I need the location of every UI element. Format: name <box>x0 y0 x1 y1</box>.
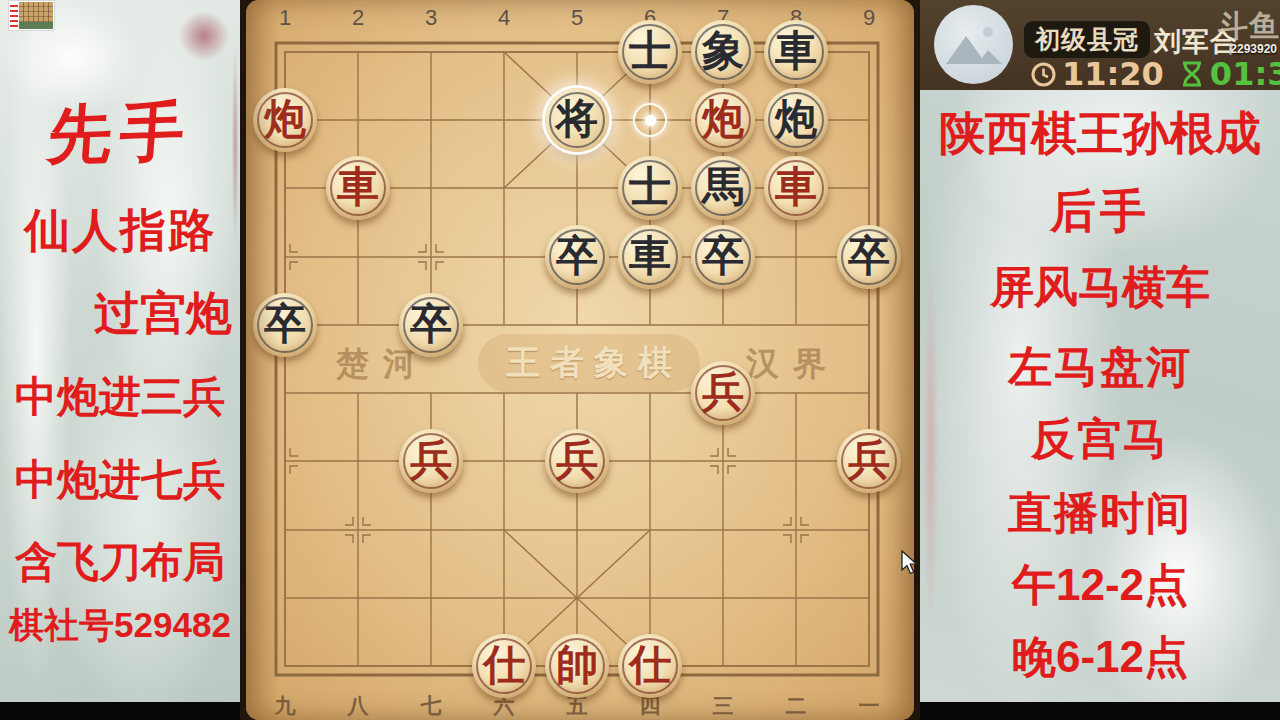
piece-black-elephant[interactable]: 象 <box>691 20 755 84</box>
file-label-top-9: 9 <box>863 5 875 31</box>
piece-red-rook[interactable]: 車 <box>764 156 828 220</box>
mini-board-thumbnail <box>8 0 55 31</box>
file-label-top-5: 5 <box>571 5 583 31</box>
right-line-opening-2: 左马盘河 <box>920 343 1280 391</box>
letterbox-bar-left <box>0 702 240 720</box>
move-target-dot-center <box>645 115 656 126</box>
right-line-schedule-title: 直播时间 <box>920 489 1280 537</box>
piece-glyph: 卒 <box>264 303 306 345</box>
piece-glyph: 兵 <box>848 439 890 481</box>
piece-glyph: 仕 <box>483 644 525 686</box>
avatar <box>934 5 1013 84</box>
mini-board-green-area <box>19 22 53 29</box>
piece-red-rook[interactable]: 車 <box>326 156 390 220</box>
room-id: 2293920 <box>1230 42 1277 56</box>
mini-board-text-strip <box>10 2 18 29</box>
move-time: 01:30 <box>1210 55 1280 93</box>
right-line-opening-1: 屏风马横车 <box>920 263 1280 311</box>
piece-red-pawn[interactable]: 兵 <box>691 361 755 425</box>
piece-red-pawn[interactable]: 兵 <box>545 429 609 493</box>
piece-black-pawn[interactable]: 卒 <box>253 293 317 357</box>
piece-glyph: 馬 <box>702 166 744 208</box>
piece-red-general[interactable]: 帥 <box>545 634 609 698</box>
piece-red-pawn[interactable]: 兵 <box>399 429 463 493</box>
piece-black-horse[interactable]: 馬 <box>691 156 755 220</box>
file-label-top-1: 1 <box>279 5 291 31</box>
right-line-second-move: 后手 <box>920 186 1280 237</box>
piece-glyph: 炮 <box>775 98 817 140</box>
piece-black-advisor[interactable]: 士 <box>618 20 682 84</box>
screen: 先手 仙人指路 过宫炮 中炮进三兵 中炮进七兵 含飞刀布局 棋社号529482 … <box>0 0 1280 720</box>
file-label-bottom-8: 二 <box>786 692 807 720</box>
piece-glyph: 炮 <box>702 98 744 140</box>
piece-glyph: 卒 <box>556 235 598 277</box>
file-label-bottom-1: 九 <box>275 692 296 720</box>
piece-glyph: 卒 <box>702 235 744 277</box>
piece-black-advisor[interactable]: 士 <box>618 156 682 220</box>
right-line-opponent: 陕西棋王孙根成 <box>920 108 1280 159</box>
piece-black-rook[interactable]: 車 <box>618 225 682 289</box>
piece-glyph: 車 <box>629 235 671 277</box>
piece-glyph: 帥 <box>556 644 598 686</box>
piece-glyph: 象 <box>702 30 744 72</box>
file-label-bottom-9: 一 <box>859 692 880 720</box>
piece-black-pawn[interactable]: 卒 <box>691 225 755 289</box>
piece-glyph: 卒 <box>410 303 452 345</box>
piece-glyph: 将 <box>556 98 598 140</box>
file-label-top-4: 4 <box>498 5 510 31</box>
left-line-opening-1: 仙人指路 <box>0 205 240 256</box>
xiangqi-app: 123456789九八七六五四三二一 楚河 汉界 王者象棋 士象車炮将炮炮車士馬… <box>240 0 920 720</box>
mini-board-grid <box>19 2 53 22</box>
piece-red-cannon[interactable]: 炮 <box>691 88 755 152</box>
app-watermark: 王者象棋 <box>478 334 700 392</box>
piece-black-pawn[interactable]: 卒 <box>837 225 901 289</box>
rank-badge: 初级县冠 <box>1024 21 1150 58</box>
piece-black-pawn[interactable]: 卒 <box>399 293 463 357</box>
piece-glyph: 車 <box>775 30 817 72</box>
left-title-first-move: 先手 <box>0 94 240 173</box>
right-video-panel: 初级县冠 刘军合 斗鱼 2293920 11:20 01:30 陕西棋王孙根成 … <box>920 0 1280 720</box>
move-target-dot[interactable] <box>633 103 667 137</box>
piece-black-general[interactable]: 将 <box>545 88 609 152</box>
piece-red-pawn[interactable]: 兵 <box>837 429 901 493</box>
piece-glyph: 士 <box>629 30 671 72</box>
piece-glyph: 兵 <box>702 371 744 413</box>
left-line-opening-4: 中炮进七兵 <box>0 457 240 503</box>
right-line-opening-3: 反宫马 <box>920 415 1280 463</box>
piece-glyph: 車 <box>775 166 817 208</box>
piece-glyph: 炮 <box>264 98 306 140</box>
piece-glyph: 兵 <box>410 439 452 481</box>
left-video-panel: 先手 仙人指路 过宫炮 中炮进三兵 中炮进七兵 含飞刀布局 棋社号529482 <box>0 0 240 720</box>
right-line-schedule-1: 午12-2点 <box>920 561 1280 609</box>
stream-header: 初级县冠 刘军合 斗鱼 2293920 11:20 01:30 <box>920 0 1280 90</box>
left-line-opening-2: 过宫炮 <box>0 288 240 339</box>
match-time: 11:20 <box>1062 55 1164 93</box>
file-label-top-3: 3 <box>425 5 437 31</box>
right-line-schedule-2: 晚6-12点 <box>920 633 1280 681</box>
xiangqi-board[interactable]: 123456789九八七六五四三二一 楚河 汉界 王者象棋 士象車炮将炮炮車士馬… <box>246 0 914 720</box>
image-placeholder-icon <box>944 22 1004 68</box>
piece-glyph: 兵 <box>556 439 598 481</box>
clock-icon <box>1030 61 1057 88</box>
letterbox-bar-right <box>920 702 1280 720</box>
piece-black-cannon[interactable]: 炮 <box>764 88 828 152</box>
timers: 11:20 01:30 <box>1030 55 1280 93</box>
piece-red-advisor[interactable]: 仕 <box>472 634 536 698</box>
piece-red-advisor[interactable]: 仕 <box>618 634 682 698</box>
left-line-opening-5: 含飞刀布局 <box>0 539 240 585</box>
file-label-top-2: 2 <box>352 5 364 31</box>
file-label-bottom-7: 三 <box>713 692 734 720</box>
file-label-bottom-2: 八 <box>348 692 369 720</box>
piece-red-cannon[interactable]: 炮 <box>253 88 317 152</box>
piece-glyph: 士 <box>629 166 671 208</box>
left-line-opening-3: 中炮进三兵 <box>0 374 240 420</box>
piece-black-pawn[interactable]: 卒 <box>545 225 609 289</box>
piece-glyph: 車 <box>337 166 379 208</box>
piece-glyph: 仕 <box>629 644 671 686</box>
file-label-bottom-3: 七 <box>421 692 442 720</box>
hourglass-icon <box>1181 61 1203 87</box>
piece-glyph: 卒 <box>848 235 890 277</box>
piece-black-rook[interactable]: 車 <box>764 20 828 84</box>
platform-logo: 斗鱼 <box>1218 6 1280 47</box>
left-line-club-id: 棋社号529482 <box>0 606 240 645</box>
